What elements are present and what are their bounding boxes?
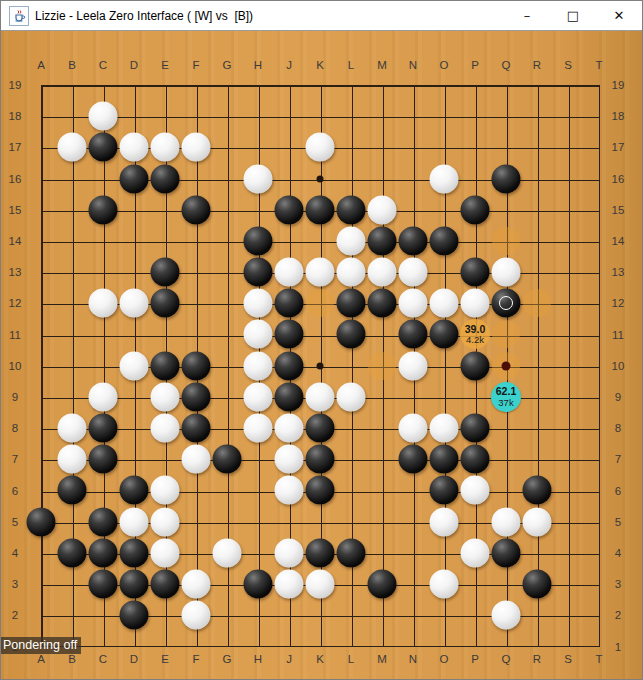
intersection-B17[interactable]	[57, 132, 88, 163]
intersection-A14[interactable]	[26, 225, 57, 256]
intersection-E7[interactable]	[150, 444, 181, 475]
intersection-B7[interactable]	[57, 444, 88, 475]
intersection-T5[interactable]	[584, 506, 615, 537]
intersection-M11[interactable]	[367, 319, 398, 350]
intersection-J6[interactable]	[274, 475, 305, 506]
intersection-B6[interactable]	[57, 475, 88, 506]
intersection-H6[interactable]	[243, 475, 274, 506]
intersection-E5[interactable]	[150, 506, 181, 537]
intersection-D7[interactable]	[119, 444, 150, 475]
intersection-S6[interactable]	[553, 475, 584, 506]
intersection-S3[interactable]	[553, 568, 584, 599]
intersection-N8[interactable]	[398, 412, 429, 443]
intersection-A15[interactable]	[26, 194, 57, 225]
intersection-D9[interactable]	[119, 381, 150, 412]
intersection-R7[interactable]	[522, 444, 553, 475]
intersection-Q8[interactable]	[491, 412, 522, 443]
intersection-L16[interactable]	[336, 163, 367, 194]
intersection-P9[interactable]	[460, 381, 491, 412]
intersection-Q17[interactable]	[491, 132, 522, 163]
intersection-Q5[interactable]	[491, 506, 522, 537]
intersection-N1[interactable]	[398, 631, 429, 662]
intersection-L18[interactable]	[336, 101, 367, 132]
intersection-C7[interactable]	[88, 444, 119, 475]
intersection-K3[interactable]	[305, 568, 336, 599]
intersection-Q12[interactable]	[491, 288, 522, 319]
intersection-E1[interactable]	[150, 631, 181, 662]
intersection-Q16[interactable]	[491, 163, 522, 194]
intersection-F14[interactable]	[181, 225, 212, 256]
intersection-K14[interactable]	[305, 225, 336, 256]
intersection-Q10[interactable]	[491, 350, 522, 381]
intersection-G18[interactable]	[212, 101, 243, 132]
intersection-T11[interactable]	[584, 319, 615, 350]
faint-candidate-R12[interactable]	[523, 289, 551, 317]
intersection-O1[interactable]	[429, 631, 460, 662]
intersection-R1[interactable]	[522, 631, 553, 662]
intersection-N15[interactable]	[398, 194, 429, 225]
intersection-A3[interactable]	[26, 568, 57, 599]
intersection-C6[interactable]	[88, 475, 119, 506]
intersection-J13[interactable]	[274, 257, 305, 288]
intersection-H7[interactable]	[243, 444, 274, 475]
intersection-M8[interactable]	[367, 412, 398, 443]
intersection-J3[interactable]	[274, 568, 305, 599]
intersection-M17[interactable]	[367, 132, 398, 163]
intersection-C16[interactable]	[88, 163, 119, 194]
intersection-L15[interactable]	[336, 194, 367, 225]
intersection-F1[interactable]	[181, 631, 212, 662]
intersection-L11[interactable]	[336, 319, 367, 350]
intersection-N10[interactable]	[398, 350, 429, 381]
intersection-B14[interactable]	[57, 225, 88, 256]
intersection-P17[interactable]	[460, 132, 491, 163]
intersection-S16[interactable]	[553, 163, 584, 194]
intersection-H5[interactable]	[243, 506, 274, 537]
intersection-B2[interactable]	[57, 600, 88, 631]
intersection-A5[interactable]	[26, 506, 57, 537]
intersection-S9[interactable]	[553, 381, 584, 412]
intersection-F17[interactable]	[181, 132, 212, 163]
intersection-E11[interactable]	[150, 319, 181, 350]
intersection-T14[interactable]	[584, 225, 615, 256]
intersection-L6[interactable]	[336, 475, 367, 506]
intersection-O18[interactable]	[429, 101, 460, 132]
intersection-Q15[interactable]	[491, 194, 522, 225]
intersection-G11[interactable]	[212, 319, 243, 350]
intersection-S12[interactable]	[553, 288, 584, 319]
intersection-T2[interactable]	[584, 600, 615, 631]
intersection-D8[interactable]	[119, 412, 150, 443]
intersection-M7[interactable]	[367, 444, 398, 475]
intersection-P11[interactable]: 39.04.2k	[460, 319, 491, 350]
intersection-H2[interactable]	[243, 600, 274, 631]
intersection-O19[interactable]	[429, 69, 460, 100]
intersection-M6[interactable]	[367, 475, 398, 506]
intersection-O8[interactable]	[429, 412, 460, 443]
best-move-Q9[interactable]: 62.137k	[491, 382, 521, 412]
intersection-B11[interactable]	[57, 319, 88, 350]
intersection-O10[interactable]	[429, 350, 460, 381]
intersection-R17[interactable]	[522, 132, 553, 163]
intersection-D16[interactable]	[119, 163, 150, 194]
intersection-A2[interactable]	[26, 600, 57, 631]
intersection-D18[interactable]	[119, 101, 150, 132]
intersection-B13[interactable]	[57, 257, 88, 288]
intersection-R10[interactable]	[522, 350, 553, 381]
intersection-L14[interactable]	[336, 225, 367, 256]
intersection-P12[interactable]	[460, 288, 491, 319]
intersection-H1[interactable]	[243, 631, 274, 662]
intersection-Q2[interactable]	[491, 600, 522, 631]
intersection-C8[interactable]	[88, 412, 119, 443]
intersection-E3[interactable]	[150, 568, 181, 599]
intersection-L19[interactable]	[336, 69, 367, 100]
intersection-C2[interactable]	[88, 600, 119, 631]
intersection-R18[interactable]	[522, 101, 553, 132]
intersection-O13[interactable]	[429, 257, 460, 288]
intersection-S7[interactable]	[553, 444, 584, 475]
intersection-R6[interactable]	[522, 475, 553, 506]
intersection-O5[interactable]	[429, 506, 460, 537]
intersection-K1[interactable]	[305, 631, 336, 662]
intersection-O16[interactable]	[429, 163, 460, 194]
intersection-O17[interactable]	[429, 132, 460, 163]
intersection-B5[interactable]	[57, 506, 88, 537]
intersection-D10[interactable]	[119, 350, 150, 381]
minimize-button[interactable]: –	[504, 1, 550, 30]
intersection-J15[interactable]	[274, 194, 305, 225]
intersection-F8[interactable]	[181, 412, 212, 443]
intersection-L12[interactable]	[336, 288, 367, 319]
intersection-A13[interactable]	[26, 257, 57, 288]
intersection-M1[interactable]	[367, 631, 398, 662]
intersection-G19[interactable]	[212, 69, 243, 100]
intersection-L9[interactable]	[336, 381, 367, 412]
intersection-M10[interactable]	[367, 350, 398, 381]
intersection-R4[interactable]	[522, 537, 553, 568]
intersection-B12[interactable]	[57, 288, 88, 319]
intersection-N17[interactable]	[398, 132, 429, 163]
intersection-A9[interactable]	[26, 381, 57, 412]
intersection-F11[interactable]	[181, 319, 212, 350]
intersection-A7[interactable]	[26, 444, 57, 475]
intersection-F18[interactable]	[181, 101, 212, 132]
intersection-N5[interactable]	[398, 506, 429, 537]
intersection-O6[interactable]	[429, 475, 460, 506]
intersection-B15[interactable]	[57, 194, 88, 225]
intersection-P5[interactable]	[460, 506, 491, 537]
intersection-F16[interactable]	[181, 163, 212, 194]
intersection-F4[interactable]	[181, 537, 212, 568]
intersection-E8[interactable]	[150, 412, 181, 443]
intersection-N2[interactable]	[398, 600, 429, 631]
intersection-P14[interactable]	[460, 225, 491, 256]
intersection-H10[interactable]	[243, 350, 274, 381]
intersection-E14[interactable]	[150, 225, 181, 256]
intersection-E9[interactable]	[150, 381, 181, 412]
intersection-N6[interactable]	[398, 475, 429, 506]
intersection-C18[interactable]	[88, 101, 119, 132]
close-button[interactable]: ✕	[596, 1, 642, 30]
intersection-D19[interactable]	[119, 69, 150, 100]
intersection-D11[interactable]	[119, 319, 150, 350]
intersection-P10[interactable]	[460, 350, 491, 381]
intersection-S14[interactable]	[553, 225, 584, 256]
intersection-L7[interactable]	[336, 444, 367, 475]
intersection-G7[interactable]	[212, 444, 243, 475]
intersection-C12[interactable]	[88, 288, 119, 319]
intersection-S5[interactable]	[553, 506, 584, 537]
intersection-J14[interactable]	[274, 225, 305, 256]
maximize-button[interactable]: □	[550, 1, 596, 30]
faint-candidate-Q14[interactable]	[492, 227, 520, 255]
intersection-C15[interactable]	[88, 194, 119, 225]
intersection-E4[interactable]	[150, 537, 181, 568]
intersection-O14[interactable]	[429, 225, 460, 256]
intersection-B3[interactable]	[57, 568, 88, 599]
intersection-N7[interactable]	[398, 444, 429, 475]
intersection-F19[interactable]	[181, 69, 212, 100]
intersection-D3[interactable]	[119, 568, 150, 599]
intersection-F15[interactable]	[181, 194, 212, 225]
intersection-J4[interactable]	[274, 537, 305, 568]
intersection-C17[interactable]	[88, 132, 119, 163]
intersection-K15[interactable]	[305, 194, 336, 225]
intersection-J10[interactable]	[274, 350, 305, 381]
intersection-H8[interactable]	[243, 412, 274, 443]
intersection-A12[interactable]	[26, 288, 57, 319]
intersection-D17[interactable]	[119, 132, 150, 163]
intersection-O15[interactable]	[429, 194, 460, 225]
intersection-G17[interactable]	[212, 132, 243, 163]
intersection-M3[interactable]	[367, 568, 398, 599]
intersection-T1[interactable]	[584, 631, 615, 662]
intersection-J17[interactable]	[274, 132, 305, 163]
intersection-Q18[interactable]	[491, 101, 522, 132]
intersection-O3[interactable]	[429, 568, 460, 599]
intersection-S8[interactable]	[553, 412, 584, 443]
intersection-A6[interactable]	[26, 475, 57, 506]
intersection-G12[interactable]	[212, 288, 243, 319]
intersection-P7[interactable]	[460, 444, 491, 475]
intersection-R15[interactable]	[522, 194, 553, 225]
intersection-G10[interactable]	[212, 350, 243, 381]
intersection-H18[interactable]	[243, 101, 274, 132]
intersection-K17[interactable]	[305, 132, 336, 163]
intersection-K19[interactable]	[305, 69, 336, 100]
intersection-A10[interactable]	[26, 350, 57, 381]
intersection-R9[interactable]	[522, 381, 553, 412]
intersection-T3[interactable]	[584, 568, 615, 599]
intersection-M5[interactable]	[367, 506, 398, 537]
intersection-E6[interactable]	[150, 475, 181, 506]
intersection-E17[interactable]	[150, 132, 181, 163]
intersection-F7[interactable]	[181, 444, 212, 475]
intersection-S15[interactable]	[553, 194, 584, 225]
intersection-O11[interactable]	[429, 319, 460, 350]
intersection-F2[interactable]	[181, 600, 212, 631]
intersection-E2[interactable]	[150, 600, 181, 631]
intersection-P1[interactable]	[460, 631, 491, 662]
intersection-H19[interactable]	[243, 69, 274, 100]
intersection-H17[interactable]	[243, 132, 274, 163]
intersection-P6[interactable]	[460, 475, 491, 506]
intersection-A17[interactable]	[26, 132, 57, 163]
intersection-T4[interactable]	[584, 537, 615, 568]
intersection-M12[interactable]	[367, 288, 398, 319]
intersection-Q7[interactable]	[491, 444, 522, 475]
intersection-K2[interactable]	[305, 600, 336, 631]
intersection-L10[interactable]	[336, 350, 367, 381]
intersection-J12[interactable]	[274, 288, 305, 319]
intersection-J11[interactable]	[274, 319, 305, 350]
intersection-G6[interactable]	[212, 475, 243, 506]
intersection-H11[interactable]	[243, 319, 274, 350]
intersection-Q4[interactable]	[491, 537, 522, 568]
intersection-D4[interactable]	[119, 537, 150, 568]
intersection-N18[interactable]	[398, 101, 429, 132]
intersection-E13[interactable]	[150, 257, 181, 288]
intersection-H12[interactable]	[243, 288, 274, 319]
intersection-B18[interactable]	[57, 101, 88, 132]
intersection-G16[interactable]	[212, 163, 243, 194]
intersection-K13[interactable]	[305, 257, 336, 288]
intersection-N13[interactable]	[398, 257, 429, 288]
intersection-E15[interactable]	[150, 194, 181, 225]
intersection-J9[interactable]	[274, 381, 305, 412]
intersection-N12[interactable]	[398, 288, 429, 319]
intersection-N9[interactable]	[398, 381, 429, 412]
intersection-N11[interactable]	[398, 319, 429, 350]
intersection-O4[interactable]	[429, 537, 460, 568]
intersection-L4[interactable]	[336, 537, 367, 568]
intersection-T6[interactable]	[584, 475, 615, 506]
intersection-Q19[interactable]	[491, 69, 522, 100]
intersection-D15[interactable]	[119, 194, 150, 225]
intersection-K6[interactable]	[305, 475, 336, 506]
intersection-R5[interactable]	[522, 506, 553, 537]
intersection-R14[interactable]	[522, 225, 553, 256]
intersection-B10[interactable]	[57, 350, 88, 381]
intersection-A8[interactable]	[26, 412, 57, 443]
intersection-P15[interactable]	[460, 194, 491, 225]
intersection-G8[interactable]	[212, 412, 243, 443]
intersection-C11[interactable]	[88, 319, 119, 350]
intersection-O7[interactable]	[429, 444, 460, 475]
intersection-D1[interactable]	[119, 631, 150, 662]
intersection-M15[interactable]	[367, 194, 398, 225]
intersection-T8[interactable]	[584, 412, 615, 443]
intersection-K10[interactable]	[305, 350, 336, 381]
intersection-K11[interactable]	[305, 319, 336, 350]
intersection-L13[interactable]	[336, 257, 367, 288]
intersection-A4[interactable]	[26, 537, 57, 568]
intersection-R11[interactable]	[522, 319, 553, 350]
intersection-H16[interactable]	[243, 163, 274, 194]
intersection-G5[interactable]	[212, 506, 243, 537]
intersection-B19[interactable]	[57, 69, 88, 100]
intersection-O12[interactable]	[429, 288, 460, 319]
intersection-G2[interactable]	[212, 600, 243, 631]
intersection-S18[interactable]	[553, 101, 584, 132]
intersection-J1[interactable]	[274, 631, 305, 662]
intersection-S13[interactable]	[553, 257, 584, 288]
intersection-F10[interactable]	[181, 350, 212, 381]
intersection-N14[interactable]	[398, 225, 429, 256]
intersection-D6[interactable]	[119, 475, 150, 506]
intersection-E18[interactable]	[150, 101, 181, 132]
intersection-Q6[interactable]	[491, 475, 522, 506]
intersection-C4[interactable]	[88, 537, 119, 568]
intersection-R3[interactable]	[522, 568, 553, 599]
intersection-C19[interactable]	[88, 69, 119, 100]
intersection-T7[interactable]	[584, 444, 615, 475]
intersection-S19[interactable]	[553, 69, 584, 100]
intersection-E19[interactable]	[150, 69, 181, 100]
intersection-L2[interactable]	[336, 600, 367, 631]
intersection-K18[interactable]	[305, 101, 336, 132]
intersection-D14[interactable]	[119, 225, 150, 256]
intersection-F9[interactable]	[181, 381, 212, 412]
go-board[interactable]: AABBCCDDEEFFGGHHJJKKLLMMNNOOPPQQRRSSTT19…	[1, 31, 643, 680]
intersection-H15[interactable]	[243, 194, 274, 225]
intersection-K5[interactable]	[305, 506, 336, 537]
intersection-S10[interactable]	[553, 350, 584, 381]
intersection-F13[interactable]	[181, 257, 212, 288]
intersection-K9[interactable]	[305, 381, 336, 412]
intersection-R8[interactable]	[522, 412, 553, 443]
intersection-D13[interactable]	[119, 257, 150, 288]
intersection-J16[interactable]	[274, 163, 305, 194]
intersection-E10[interactable]	[150, 350, 181, 381]
intersection-P16[interactable]	[460, 163, 491, 194]
intersection-D2[interactable]	[119, 600, 150, 631]
intersection-C14[interactable]	[88, 225, 119, 256]
intersection-S4[interactable]	[553, 537, 584, 568]
intersection-H13[interactable]	[243, 257, 274, 288]
intersection-Q1[interactable]	[491, 631, 522, 662]
intersection-N3[interactable]	[398, 568, 429, 599]
intersection-B8[interactable]	[57, 412, 88, 443]
intersection-L8[interactable]	[336, 412, 367, 443]
intersection-B4[interactable]	[57, 537, 88, 568]
intersection-O2[interactable]	[429, 600, 460, 631]
faint-candidate-K12[interactable]	[306, 289, 334, 317]
intersection-S1[interactable]	[553, 631, 584, 662]
intersection-P3[interactable]	[460, 568, 491, 599]
intersection-Q11[interactable]	[491, 319, 522, 350]
intersection-E12[interactable]	[150, 288, 181, 319]
intersection-M13[interactable]	[367, 257, 398, 288]
intersection-B9[interactable]	[57, 381, 88, 412]
intersection-A16[interactable]	[26, 163, 57, 194]
intersection-G14[interactable]	[212, 225, 243, 256]
intersection-M18[interactable]	[367, 101, 398, 132]
intersection-A18[interactable]	[26, 101, 57, 132]
intersection-T19[interactable]	[584, 69, 615, 100]
intersection-T12[interactable]	[584, 288, 615, 319]
intersection-J18[interactable]	[274, 101, 305, 132]
candidate-move-P11[interactable]: 39.04.2k	[460, 319, 490, 349]
intersection-L3[interactable]	[336, 568, 367, 599]
intersection-N19[interactable]	[398, 69, 429, 100]
intersection-J2[interactable]	[274, 600, 305, 631]
intersection-L5[interactable]	[336, 506, 367, 537]
intersection-B16[interactable]	[57, 163, 88, 194]
faint-candidate-M10[interactable]	[368, 352, 396, 380]
intersection-T13[interactable]	[584, 257, 615, 288]
